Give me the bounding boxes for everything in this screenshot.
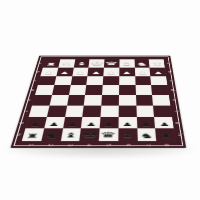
square [135, 76, 152, 85]
square [135, 85, 152, 95]
square [88, 67, 104, 76]
square [119, 59, 134, 67]
square [136, 105, 154, 116]
square [44, 117, 65, 129]
square [118, 105, 136, 116]
square [60, 129, 81, 142]
square [134, 59, 150, 67]
square [100, 105, 118, 116]
chess-board: 12345678 abcdefgh abcdefgh ♜♞♝♚♛♝♞♜♟♟♟♟♟… [10, 56, 186, 148]
square [79, 129, 99, 142]
square [153, 105, 172, 116]
square [103, 67, 119, 76]
square [137, 129, 157, 142]
square [52, 85, 70, 95]
square [150, 76, 167, 85]
square [89, 59, 105, 67]
square [119, 95, 136, 105]
square [104, 59, 119, 67]
square [99, 129, 118, 142]
square [119, 67, 135, 76]
square [118, 117, 137, 129]
square [86, 76, 103, 85]
square [49, 95, 68, 105]
product-photo: 12345678 abcdefgh abcdefgh ♜♞♝♚♛♝♞♜♟♟♟♟♟… [0, 0, 200, 200]
board-pose: 12345678 abcdefgh abcdefgh ♜♞♝♚♛♝♞♜♟♟♟♟♟… [22, 20, 182, 170]
square [150, 67, 167, 76]
square [67, 95, 86, 105]
square [85, 85, 102, 95]
square [54, 76, 72, 85]
square [134, 67, 150, 76]
square [102, 85, 119, 95]
coords-bottom: 12345678 [20, 142, 177, 148]
square [47, 105, 67, 116]
square [65, 105, 84, 116]
square [70, 76, 87, 85]
square [155, 129, 175, 142]
square [154, 117, 174, 129]
square [72, 67, 89, 76]
square [136, 117, 155, 129]
square [69, 85, 87, 95]
square [56, 67, 73, 76]
square [136, 95, 154, 105]
square [73, 59, 89, 67]
square [152, 95, 170, 105]
square [81, 117, 100, 129]
square [84, 95, 102, 105]
square [41, 129, 63, 142]
square [118, 129, 137, 142]
square [58, 59, 75, 67]
square [83, 105, 102, 116]
square [101, 95, 118, 105]
square [63, 117, 83, 129]
board-squares [22, 59, 176, 141]
square [103, 76, 119, 85]
square [149, 59, 165, 67]
square [100, 117, 119, 129]
square [119, 85, 136, 95]
square [151, 85, 169, 95]
square [119, 76, 135, 85]
